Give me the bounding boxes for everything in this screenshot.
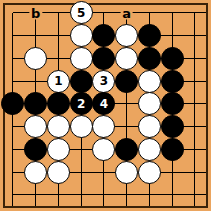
- white-stone: [138, 138, 161, 161]
- board-cell: [161, 138, 184, 161]
- black-stone: [24, 138, 47, 161]
- black-stone: [92, 47, 115, 70]
- grid-line-v: [12, 138, 13, 161]
- board-cell: [184, 70, 207, 93]
- board-cell: [2, 93, 25, 116]
- board-cell: [47, 161, 70, 184]
- black-stone: 4: [92, 92, 115, 115]
- board-cell: [138, 2, 161, 25]
- grid-line-v: [12, 184, 13, 207]
- board-cell: 4: [93, 93, 116, 116]
- board-cell: 2: [70, 93, 93, 116]
- white-stone: [138, 115, 161, 138]
- board-cell: [161, 93, 184, 116]
- grid-line-v: [81, 184, 82, 207]
- board-cell: [47, 138, 70, 161]
- board-cell: [2, 2, 25, 25]
- black-stone: [115, 70, 138, 93]
- grid-line-v: [194, 138, 195, 161]
- board-cell: [115, 47, 138, 70]
- board-cell: [93, 115, 116, 138]
- black-stone: [24, 92, 47, 115]
- grid-line-h: [13, 126, 24, 127]
- board-cell: [161, 24, 184, 47]
- board-cell: [93, 24, 116, 47]
- grid-line-v: [172, 161, 173, 184]
- board-cell: [24, 184, 47, 207]
- board-cell: [161, 161, 184, 184]
- move-number: 1: [54, 75, 62, 87]
- grid-line-v: [35, 70, 36, 93]
- board-cell: [70, 161, 93, 184]
- grid-line-h: [13, 172, 24, 173]
- board-cell: [93, 2, 116, 25]
- board-cell: [2, 184, 25, 207]
- white-stone: 5: [70, 1, 93, 24]
- black-stone: [92, 24, 115, 47]
- grid-line-v: [126, 184, 127, 207]
- grid-line-v: [194, 93, 195, 116]
- white-stone: [138, 92, 161, 115]
- white-stone: [138, 70, 161, 93]
- board-cell: [138, 70, 161, 93]
- black-stone: [161, 47, 184, 70]
- white-stone: [92, 115, 115, 138]
- board-cell: [2, 115, 25, 138]
- grid-line-v: [172, 24, 173, 47]
- white-stone: [138, 161, 161, 184]
- board-cell: [184, 24, 207, 47]
- board-cell: [138, 47, 161, 70]
- black-stone: [115, 138, 138, 161]
- board-cell: [70, 70, 93, 93]
- grid-line-h: [13, 149, 24, 150]
- grid-line-v: [194, 13, 195, 24]
- board-cell: [138, 93, 161, 116]
- go-board: b5a1324: [2, 2, 207, 207]
- grid-line-h: [13, 58, 24, 59]
- board-cell: [161, 47, 184, 70]
- move-number: 2: [77, 98, 85, 110]
- board-cell: b: [24, 2, 47, 25]
- grid-line-v: [194, 161, 195, 184]
- grid-line-v: [12, 161, 13, 184]
- black-stone: [161, 70, 184, 93]
- white-stone: [115, 47, 138, 70]
- black-stone: [161, 92, 184, 115]
- black-stone: [161, 115, 184, 138]
- board-cell: [24, 24, 47, 47]
- grid-line-v: [81, 138, 82, 161]
- grid-line-v: [58, 47, 59, 70]
- grid-line-v: [194, 115, 195, 138]
- board-cell: [24, 70, 47, 93]
- board-cell: [2, 161, 25, 184]
- board-cell: [93, 161, 116, 184]
- grid-line-h: [13, 194, 24, 195]
- board-cell: [2, 138, 25, 161]
- white-stone: [70, 47, 93, 70]
- board-cell: [115, 161, 138, 184]
- move-number: 4: [100, 98, 108, 110]
- white-stone: [115, 24, 138, 47]
- board-cell: 3: [93, 70, 116, 93]
- board-cell: [184, 115, 207, 138]
- board-cell: [93, 47, 116, 70]
- board-cell: [138, 184, 161, 207]
- move-number: 3: [100, 75, 108, 87]
- grid-line-v: [12, 24, 13, 47]
- grid-line-v: [81, 161, 82, 184]
- board-cell: [184, 138, 207, 161]
- white-stone: [47, 115, 70, 138]
- board-cell: [138, 115, 161, 138]
- board-cell: [24, 115, 47, 138]
- board-cell: a: [115, 2, 138, 25]
- board-cell: [138, 24, 161, 47]
- board-cell: [24, 161, 47, 184]
- board-cell: [70, 24, 93, 47]
- grid-line-v: [12, 70, 13, 93]
- grid-line-v: [103, 184, 104, 207]
- grid-line-h: [13, 12, 24, 13]
- grid-line-v: [194, 24, 195, 47]
- board-cell: [161, 2, 184, 25]
- board-cell: [138, 161, 161, 184]
- grid-line-v: [58, 13, 59, 24]
- black-stone: [138, 47, 161, 70]
- grid-line-v: [103, 161, 104, 184]
- grid-line-v: [194, 184, 195, 207]
- grid-line-v: [12, 13, 13, 24]
- black-stone: [1, 92, 24, 115]
- grid-line-v: [194, 47, 195, 70]
- board-cell: [2, 47, 25, 70]
- white-stone: [47, 161, 70, 184]
- grid-line-v: [126, 93, 127, 116]
- white-stone: [24, 161, 47, 184]
- board-cell: [24, 138, 47, 161]
- board-cell: [161, 115, 184, 138]
- grid-line-v: [126, 115, 127, 138]
- board-cell: [24, 47, 47, 70]
- board-cell: [70, 47, 93, 70]
- white-stone: [24, 47, 47, 70]
- grid-line-v: [35, 24, 36, 47]
- board-cell: [115, 93, 138, 116]
- board-cell: [184, 93, 207, 116]
- board-cell: [70, 138, 93, 161]
- board-cell: [184, 47, 207, 70]
- board-cell: [115, 184, 138, 207]
- board-cell: [115, 24, 138, 47]
- white-stone: 1: [47, 70, 70, 93]
- board-cell: 5: [70, 2, 93, 25]
- grid-line-v: [194, 70, 195, 93]
- board-cell: [47, 115, 70, 138]
- board-cell: [115, 115, 138, 138]
- board-cell: [161, 184, 184, 207]
- point-label: a: [120, 6, 133, 19]
- grid-line-v: [149, 13, 150, 24]
- white-stone: [115, 161, 138, 184]
- board-cell: [47, 24, 70, 47]
- point-label: b: [29, 6, 42, 19]
- board-cell: [47, 47, 70, 70]
- board-cell: [93, 138, 116, 161]
- board-cell: [70, 184, 93, 207]
- board-cell: 1: [47, 70, 70, 93]
- go-diagram: b5a1324: [0, 0, 211, 211]
- grid-line-v: [172, 184, 173, 207]
- board-cell: [161, 70, 184, 93]
- board-cell: [115, 70, 138, 93]
- white-stone: [24, 115, 47, 138]
- grid-line-v: [12, 47, 13, 70]
- grid-line-v: [58, 24, 59, 47]
- move-number: 5: [77, 7, 85, 19]
- board-cell: [47, 93, 70, 116]
- board-cell: [184, 184, 207, 207]
- board-cell: [2, 70, 25, 93]
- black-stone: 2: [70, 92, 93, 115]
- board-cell: [184, 161, 207, 184]
- board-cell: [70, 115, 93, 138]
- black-stone: [138, 24, 161, 47]
- board-cell: [24, 93, 47, 116]
- grid-line-v: [58, 184, 59, 207]
- board-cell: [184, 2, 207, 25]
- grid-line-v: [35, 184, 36, 207]
- black-stone: [161, 138, 184, 161]
- white-stone: [70, 115, 93, 138]
- grid-line-v: [12, 115, 13, 138]
- white-stone: [47, 138, 70, 161]
- white-stone: [92, 138, 115, 161]
- white-stone: [70, 24, 93, 47]
- board-cell: [138, 138, 161, 161]
- grid-line-v: [103, 13, 104, 24]
- board-cell: [115, 138, 138, 161]
- grid-line-v: [149, 184, 150, 207]
- black-stone: [47, 92, 70, 115]
- board-cell: [2, 24, 25, 47]
- board-cell: [47, 2, 70, 25]
- grid-line-h: [13, 35, 24, 36]
- black-stone: [70, 70, 93, 93]
- board-cell: [93, 184, 116, 207]
- board-cell: [47, 184, 70, 207]
- grid-line-h: [13, 81, 24, 82]
- grid-line-v: [172, 13, 173, 24]
- white-stone: 3: [92, 70, 115, 93]
